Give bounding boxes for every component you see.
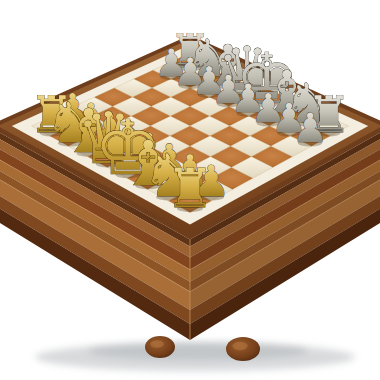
piece-white-rook-h1: ♜: [166, 157, 215, 220]
foot-left-highlight: [150, 340, 164, 348]
ground-shadow-core: [88, 342, 308, 360]
piece-black-pawn-h7: ♟: [292, 104, 328, 152]
chess-scene: ♜♞♟♝♟♛♟♚♟♝♟♞♟♟♜♟♟♜♟♟♞♟♝♟♛♟♚♟♝♟♞♜: [0, 0, 380, 380]
foot-right-highlight: [232, 342, 247, 350]
chess-set-product-photo: ♜♞♟♝♟♛♟♚♟♝♟♞♟♟♜♟♟♜♟♟♞♟♝♟♛♟♚♟♝♟♞♜: [0, 0, 380, 380]
